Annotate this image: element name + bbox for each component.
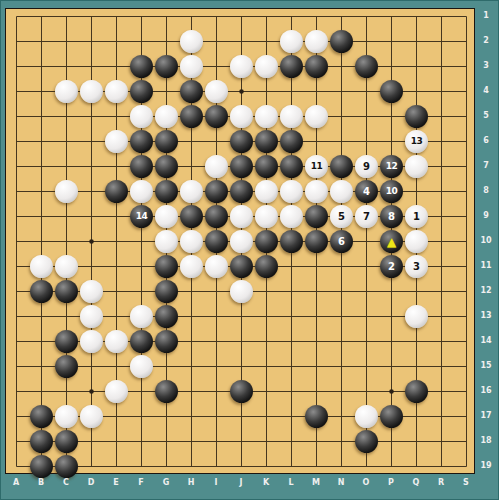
white-stone-J10[interactable] bbox=[230, 230, 253, 253]
black-stone-E8[interactable] bbox=[105, 180, 128, 203]
black-stone-J7[interactable] bbox=[230, 155, 253, 178]
white-stone-N8[interactable] bbox=[330, 180, 353, 203]
star-point bbox=[89, 389, 94, 394]
white-stone-G10[interactable] bbox=[155, 230, 178, 253]
column-label-N: N bbox=[334, 478, 348, 487]
black-stone-B19[interactable] bbox=[30, 455, 53, 478]
black-stone-C15[interactable] bbox=[55, 355, 78, 378]
black-stone-C19[interactable] bbox=[55, 455, 78, 478]
black-stone-G16[interactable] bbox=[155, 380, 178, 403]
row-label-7: 7 bbox=[476, 161, 496, 170]
white-stone-H2[interactable] bbox=[180, 30, 203, 53]
white-stone-E6[interactable] bbox=[105, 130, 128, 153]
black-stone-F7[interactable] bbox=[130, 155, 153, 178]
black-stone-J16[interactable] bbox=[230, 380, 253, 403]
move-number-label: 14 bbox=[130, 205, 153, 228]
black-stone-I10[interactable] bbox=[205, 230, 228, 253]
black-stone-O3[interactable] bbox=[355, 55, 378, 78]
black-stone-J6[interactable] bbox=[230, 130, 253, 153]
black-stone-P4[interactable] bbox=[380, 80, 403, 103]
column-label-F: F bbox=[134, 478, 148, 487]
white-stone-H3[interactable] bbox=[180, 55, 203, 78]
row-label-5: 5 bbox=[476, 111, 496, 120]
white-stone-Q11[interactable]: 3 bbox=[405, 255, 428, 278]
black-stone-M10[interactable] bbox=[305, 230, 328, 253]
row-label-16: 16 bbox=[476, 386, 496, 395]
star-point bbox=[239, 89, 244, 94]
white-stone-D12[interactable] bbox=[80, 280, 103, 303]
column-label-P: P bbox=[384, 478, 398, 487]
black-stone-H9[interactable] bbox=[180, 205, 203, 228]
black-stone-K7[interactable] bbox=[255, 155, 278, 178]
white-stone-D4[interactable] bbox=[80, 80, 103, 103]
black-stone-I8[interactable] bbox=[205, 180, 228, 203]
black-stone-P11[interactable]: 2 bbox=[380, 255, 403, 278]
row-label-17: 17 bbox=[476, 411, 496, 420]
white-stone-L9[interactable] bbox=[280, 205, 303, 228]
white-stone-I11[interactable] bbox=[205, 255, 228, 278]
white-stone-M2[interactable] bbox=[305, 30, 328, 53]
white-stone-H8[interactable] bbox=[180, 180, 203, 203]
black-stone-G11[interactable] bbox=[155, 255, 178, 278]
triangle-mark-icon: ▲ bbox=[380, 230, 403, 253]
white-stone-F5[interactable] bbox=[130, 105, 153, 128]
column-label-M: M bbox=[309, 478, 323, 487]
black-stone-H4[interactable] bbox=[180, 80, 203, 103]
row-label-2: 2 bbox=[476, 36, 496, 45]
black-stone-O8[interactable]: 4 bbox=[355, 180, 378, 203]
row-label-10: 10 bbox=[476, 236, 496, 245]
white-stone-Q9[interactable]: 1 bbox=[405, 205, 428, 228]
black-stone-F3[interactable] bbox=[130, 55, 153, 78]
move-number-label: 7 bbox=[355, 205, 378, 228]
move-number-label: 6 bbox=[330, 230, 353, 253]
white-stone-O17[interactable] bbox=[355, 405, 378, 428]
move-number-label: 10 bbox=[380, 180, 403, 203]
row-label-13: 13 bbox=[476, 311, 496, 320]
black-stone-I9[interactable] bbox=[205, 205, 228, 228]
black-stone-N10[interactable]: 6 bbox=[330, 230, 353, 253]
black-stone-Q5[interactable] bbox=[405, 105, 428, 128]
column-label-L: L bbox=[284, 478, 298, 487]
black-stone-G3[interactable] bbox=[155, 55, 178, 78]
row-label-6: 6 bbox=[476, 136, 496, 145]
white-stone-F8[interactable] bbox=[130, 180, 153, 203]
black-stone-L3[interactable] bbox=[280, 55, 303, 78]
column-label-C: C bbox=[59, 478, 73, 487]
column-label-G: G bbox=[159, 478, 173, 487]
column-label-S: S bbox=[459, 478, 473, 487]
white-stone-E14[interactable] bbox=[105, 330, 128, 353]
white-stone-K3[interactable] bbox=[255, 55, 278, 78]
black-stone-J11[interactable] bbox=[230, 255, 253, 278]
row-label-12: 12 bbox=[476, 286, 496, 295]
row-label-9: 9 bbox=[476, 211, 496, 220]
white-stone-L5[interactable] bbox=[280, 105, 303, 128]
white-stone-Q7[interactable] bbox=[405, 155, 428, 178]
white-stone-M5[interactable] bbox=[305, 105, 328, 128]
white-stone-J3[interactable] bbox=[230, 55, 253, 78]
column-label-R: R bbox=[434, 478, 448, 487]
black-stone-G13[interactable] bbox=[155, 305, 178, 328]
move-number-label: 9 bbox=[355, 155, 378, 178]
row-label-11: 11 bbox=[476, 261, 496, 270]
white-stone-C4[interactable] bbox=[55, 80, 78, 103]
row-label-14: 14 bbox=[476, 336, 496, 345]
white-stone-D14[interactable] bbox=[80, 330, 103, 353]
black-stone-L10[interactable] bbox=[280, 230, 303, 253]
black-stone-M3[interactable] bbox=[305, 55, 328, 78]
star-point bbox=[89, 239, 94, 244]
row-label-1: 1 bbox=[476, 11, 496, 20]
move-number-label: 3 bbox=[405, 255, 428, 278]
column-label-K: K bbox=[259, 478, 273, 487]
black-stone-M17[interactable] bbox=[305, 405, 328, 428]
column-label-Q: Q bbox=[409, 478, 423, 487]
white-stone-C11[interactable] bbox=[55, 255, 78, 278]
white-stone-L2[interactable] bbox=[280, 30, 303, 53]
white-stone-C8[interactable] bbox=[55, 180, 78, 203]
black-stone-P10[interactable]: ▲ bbox=[380, 230, 403, 253]
white-stone-E4[interactable] bbox=[105, 80, 128, 103]
white-stone-J9[interactable] bbox=[230, 205, 253, 228]
black-stone-P7[interactable]: 12 bbox=[380, 155, 403, 178]
row-label-15: 15 bbox=[476, 361, 496, 370]
black-stone-K6[interactable] bbox=[255, 130, 278, 153]
star-point bbox=[389, 389, 394, 394]
white-stone-F15[interactable] bbox=[130, 355, 153, 378]
white-stone-K8[interactable] bbox=[255, 180, 278, 203]
black-stone-G12[interactable] bbox=[155, 280, 178, 303]
white-stone-J12[interactable] bbox=[230, 280, 253, 303]
white-stone-C17[interactable] bbox=[55, 405, 78, 428]
black-stone-B18[interactable] bbox=[30, 430, 53, 453]
white-stone-M8[interactable] bbox=[305, 180, 328, 203]
row-label-4: 4 bbox=[476, 86, 496, 95]
black-stone-G8[interactable] bbox=[155, 180, 178, 203]
black-stone-G6[interactable] bbox=[155, 130, 178, 153]
move-number-label: 2 bbox=[380, 255, 403, 278]
black-stone-F4[interactable] bbox=[130, 80, 153, 103]
black-stone-F6[interactable] bbox=[130, 130, 153, 153]
white-stone-D13[interactable] bbox=[80, 305, 103, 328]
move-number-label: 8 bbox=[380, 205, 403, 228]
black-stone-B17[interactable] bbox=[30, 405, 53, 428]
white-stone-Q13[interactable] bbox=[405, 305, 428, 328]
black-stone-C12[interactable] bbox=[55, 280, 78, 303]
black-stone-G14[interactable] bbox=[155, 330, 178, 353]
white-stone-I4[interactable] bbox=[205, 80, 228, 103]
move-number-label: 1 bbox=[405, 205, 428, 228]
white-stone-I7[interactable] bbox=[205, 155, 228, 178]
column-label-D: D bbox=[84, 478, 98, 487]
move-number-label: 5 bbox=[330, 205, 353, 228]
white-stone-M7[interactable]: 11 bbox=[305, 155, 328, 178]
white-stone-K5[interactable] bbox=[255, 105, 278, 128]
column-label-I: I bbox=[209, 478, 223, 487]
white-stone-O7[interactable]: 9 bbox=[355, 155, 378, 178]
black-stone-F9[interactable]: 14 bbox=[130, 205, 153, 228]
white-stone-F13[interactable] bbox=[130, 305, 153, 328]
white-stone-L8[interactable] bbox=[280, 180, 303, 203]
goban[interactable]: 13119124101457816▲23 bbox=[5, 8, 475, 474]
white-stone-J5[interactable] bbox=[230, 105, 253, 128]
white-stone-H10[interactable] bbox=[180, 230, 203, 253]
row-label-3: 3 bbox=[476, 61, 496, 70]
white-stone-D17[interactable] bbox=[80, 405, 103, 428]
move-number-label: 4 bbox=[355, 180, 378, 203]
black-stone-Q16[interactable] bbox=[405, 380, 428, 403]
white-stone-N9[interactable]: 5 bbox=[330, 205, 353, 228]
black-stone-F14[interactable] bbox=[130, 330, 153, 353]
white-stone-Q10[interactable] bbox=[405, 230, 428, 253]
black-stone-P17[interactable] bbox=[380, 405, 403, 428]
black-stone-P8[interactable]: 10 bbox=[380, 180, 403, 203]
white-stone-G9[interactable] bbox=[155, 205, 178, 228]
black-stone-B12[interactable] bbox=[30, 280, 53, 303]
white-stone-B11[interactable] bbox=[30, 255, 53, 278]
white-stone-G5[interactable] bbox=[155, 105, 178, 128]
move-number-label: 12 bbox=[380, 155, 403, 178]
white-stone-H11[interactable] bbox=[180, 255, 203, 278]
column-label-H: H bbox=[184, 478, 198, 487]
black-stone-C14[interactable] bbox=[55, 330, 78, 353]
black-stone-J8[interactable] bbox=[230, 180, 253, 203]
black-stone-G7[interactable] bbox=[155, 155, 178, 178]
column-label-E: E bbox=[109, 478, 123, 487]
black-stone-H5[interactable] bbox=[180, 105, 203, 128]
black-stone-P9[interactable]: 8 bbox=[380, 205, 403, 228]
black-stone-M9[interactable] bbox=[305, 205, 328, 228]
column-label-A: A bbox=[9, 478, 23, 487]
black-stone-K11[interactable] bbox=[255, 255, 278, 278]
black-stone-N2[interactable] bbox=[330, 30, 353, 53]
column-label-J: J bbox=[234, 478, 248, 487]
black-stone-K10[interactable] bbox=[255, 230, 278, 253]
white-stone-K9[interactable] bbox=[255, 205, 278, 228]
row-label-19: 19 bbox=[476, 461, 496, 470]
black-stone-L7[interactable] bbox=[280, 155, 303, 178]
black-stone-O18[interactable] bbox=[355, 430, 378, 453]
row-label-8: 8 bbox=[476, 186, 496, 195]
black-stone-L6[interactable] bbox=[280, 130, 303, 153]
white-stone-E16[interactable] bbox=[105, 380, 128, 403]
black-stone-I5[interactable] bbox=[205, 105, 228, 128]
move-number-label: 13 bbox=[405, 130, 428, 153]
column-label-B: B bbox=[34, 478, 48, 487]
go-board-frame: 13119124101457816▲23 ABCDEFGHIJKLMNOPQRS… bbox=[0, 0, 499, 500]
row-label-18: 18 bbox=[476, 436, 496, 445]
column-label-O: O bbox=[359, 478, 373, 487]
black-stone-N7[interactable] bbox=[330, 155, 353, 178]
white-stone-O9[interactable]: 7 bbox=[355, 205, 378, 228]
move-number-label: 11 bbox=[305, 155, 328, 178]
black-stone-C18[interactable] bbox=[55, 430, 78, 453]
white-stone-Q6[interactable]: 13 bbox=[405, 130, 428, 153]
